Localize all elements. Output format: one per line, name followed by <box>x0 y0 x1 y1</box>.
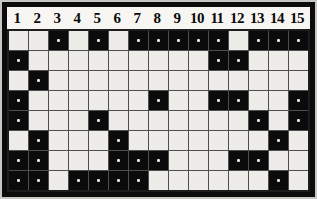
cell-r8c7 <box>129 171 148 190</box>
cell-r7c5[interactable] <box>89 151 108 170</box>
cell-r3c3[interactable] <box>49 71 68 90</box>
cell-r1c4[interactable] <box>69 31 88 50</box>
column-label-11: 11 <box>210 11 223 26</box>
cell-r8c9[interactable] <box>169 171 188 190</box>
cell-r7c9[interactable] <box>169 151 188 170</box>
cell-r1c7 <box>129 31 148 50</box>
scan-dot <box>277 39 280 42</box>
cell-r4c6[interactable] <box>109 91 128 110</box>
column-label-4: 4 <box>74 11 81 26</box>
cell-r2c12 <box>229 51 248 70</box>
scan-dot <box>197 39 200 42</box>
cell-r3c15[interactable] <box>289 71 308 90</box>
cell-r6c10[interactable] <box>189 131 208 150</box>
scan-dot <box>117 139 120 142</box>
cell-r2c13[interactable] <box>249 51 268 70</box>
cell-r7c12 <box>229 151 248 170</box>
cell-r7c2 <box>29 151 48 170</box>
cell-r2c1 <box>9 51 28 70</box>
cell-r6c6 <box>109 131 128 150</box>
column-label-13: 13 <box>250 11 264 26</box>
cell-r4c4[interactable] <box>69 91 88 110</box>
cell-r5c10[interactable] <box>189 111 208 130</box>
scan-dot <box>97 179 100 182</box>
scan-dot <box>257 119 260 122</box>
cell-r5c11[interactable] <box>209 111 228 130</box>
cell-r2c4[interactable] <box>69 51 88 70</box>
cell-r5c9[interactable] <box>169 111 188 130</box>
cell-r1c9 <box>169 31 188 50</box>
column-label-1: 1 <box>14 11 21 26</box>
column-label-5: 5 <box>94 11 101 26</box>
cell-r6c3[interactable] <box>49 131 68 150</box>
puzzle-board <box>7 29 310 192</box>
column-label-2: 2 <box>34 11 41 26</box>
cell-r8c4 <box>69 171 88 190</box>
scan-dot <box>297 99 300 102</box>
cell-r6c13[interactable] <box>249 131 268 150</box>
cell-r8c13[interactable] <box>249 171 268 190</box>
scan-dot <box>37 159 40 162</box>
cell-r2c15[interactable] <box>289 51 308 70</box>
scan-dot <box>157 39 160 42</box>
cell-r1c11 <box>209 31 228 50</box>
scan-dot <box>137 159 140 162</box>
scan-dot <box>37 139 40 142</box>
scan-dot <box>257 39 260 42</box>
cell-r3c14[interactable] <box>269 71 288 90</box>
column-label-9: 9 <box>174 11 181 26</box>
scan-dot <box>157 159 160 162</box>
scan-dot <box>117 159 120 162</box>
column-label-14: 14 <box>270 11 284 26</box>
scan-dot <box>237 59 240 62</box>
cell-r5c15 <box>289 111 308 130</box>
cell-r7c11[interactable] <box>209 151 228 170</box>
scan-dot <box>37 179 40 182</box>
scan-dot <box>17 159 20 162</box>
scan-dot <box>297 39 300 42</box>
cell-r4c15 <box>289 91 308 110</box>
cell-r6c8[interactable] <box>149 131 168 150</box>
cell-r4c13[interactable] <box>249 91 268 110</box>
column-label-12: 12 <box>230 11 244 26</box>
scan-dot <box>97 119 100 122</box>
cell-r3c4[interactable] <box>69 71 88 90</box>
scan-dot <box>37 79 40 82</box>
cell-r3c1[interactable] <box>9 71 28 90</box>
scan-dot <box>17 179 20 182</box>
cell-r6c14 <box>269 131 288 150</box>
cell-r7c13 <box>249 151 268 170</box>
cell-r6c5[interactable] <box>89 131 108 150</box>
cell-r3c12[interactable] <box>229 71 248 90</box>
cell-r3c9[interactable] <box>169 71 188 90</box>
cell-r2c11 <box>209 51 228 70</box>
cell-r1c10 <box>189 31 208 50</box>
cell-r1c2[interactable] <box>29 31 48 50</box>
column-label-3: 3 <box>54 11 61 26</box>
scan-dot <box>277 139 280 142</box>
cell-r7c7 <box>129 151 148 170</box>
column-label-6: 6 <box>114 11 121 26</box>
cell-r4c9[interactable] <box>169 91 188 110</box>
cell-r1c12[interactable] <box>229 31 248 50</box>
cell-r5c6[interactable] <box>109 111 128 130</box>
cell-r2c10[interactable] <box>189 51 208 70</box>
cell-r4c3[interactable] <box>49 91 68 110</box>
cell-r3c2 <box>29 71 48 90</box>
cell-r8c6 <box>109 171 128 190</box>
cell-r7c15[interactable] <box>289 151 308 170</box>
cell-r4c2[interactable] <box>29 91 48 110</box>
cell-r4c5[interactable] <box>89 91 108 110</box>
cell-r7c10[interactable] <box>189 151 208 170</box>
scan-dot <box>157 99 160 102</box>
cell-r8c15[interactable] <box>289 171 308 190</box>
cell-r6c2 <box>29 131 48 150</box>
cell-r5c5 <box>89 111 108 130</box>
column-labels: 123456789101112131415 <box>7 7 310 29</box>
cell-r8c3[interactable] <box>49 171 68 190</box>
cell-r2c9[interactable] <box>169 51 188 70</box>
cell-r8c12[interactable] <box>229 171 248 190</box>
scan-dot <box>217 99 220 102</box>
cell-r6c7[interactable] <box>129 131 148 150</box>
cell-r7c4[interactable] <box>69 151 88 170</box>
cell-r1c8 <box>149 31 168 50</box>
cell-r7c6 <box>109 151 128 170</box>
cell-r2c5[interactable] <box>89 51 108 70</box>
cell-r6c9[interactable] <box>169 131 188 150</box>
cell-r5c3[interactable] <box>49 111 68 130</box>
cell-r3c10[interactable] <box>189 71 208 90</box>
scan-dot <box>217 59 220 62</box>
column-label-15: 15 <box>290 11 304 26</box>
scan-dot <box>17 119 20 122</box>
scan-dot <box>57 39 60 42</box>
cell-r2c6[interactable] <box>109 51 128 70</box>
column-label-8: 8 <box>154 11 161 26</box>
scan-dot <box>257 159 260 162</box>
cell-r4c11 <box>209 91 228 110</box>
scan-dot <box>137 39 140 42</box>
cell-r3c11[interactable] <box>209 71 228 90</box>
scan-dot <box>97 39 100 42</box>
cell-r4c7[interactable] <box>129 91 148 110</box>
cell-r1c6[interactable] <box>109 31 128 50</box>
cell-r2c7[interactable] <box>129 51 148 70</box>
cell-r8c14 <box>269 171 288 190</box>
cell-r4c12 <box>229 91 248 110</box>
cell-r7c3[interactable] <box>49 151 68 170</box>
cell-r5c13 <box>249 111 268 130</box>
cell-r1c1[interactable] <box>9 31 28 50</box>
cell-r2c14[interactable] <box>269 51 288 70</box>
cell-r8c5 <box>89 171 108 190</box>
cell-r1c5 <box>89 31 108 50</box>
scan-dot <box>17 59 20 62</box>
cell-r1c3 <box>49 31 68 50</box>
cell-r8c2 <box>29 171 48 190</box>
scan-dot <box>177 39 180 42</box>
cell-r5c14[interactable] <box>269 111 288 130</box>
scan-dot <box>217 39 220 42</box>
scan-dot <box>277 179 280 182</box>
cell-r4c10[interactable] <box>189 91 208 110</box>
puzzle-panel: 123456789101112131415 <box>2 2 315 197</box>
scan-dot <box>117 179 120 182</box>
cell-r2c3[interactable] <box>49 51 68 70</box>
cell-r3c13[interactable] <box>249 71 268 90</box>
cell-r3c8[interactable] <box>149 71 168 90</box>
cell-r6c11[interactable] <box>209 131 228 150</box>
cell-r7c1 <box>9 151 28 170</box>
cell-r5c12[interactable] <box>229 111 248 130</box>
scan-dot <box>17 99 20 102</box>
cell-r1c13 <box>249 31 268 50</box>
column-label-10: 10 <box>190 11 204 26</box>
cell-r8c1 <box>9 171 28 190</box>
cell-r8c10[interactable] <box>189 171 208 190</box>
cell-r4c14[interactable] <box>269 91 288 110</box>
column-label-7: 7 <box>134 11 141 26</box>
scan-dot <box>237 159 240 162</box>
cell-r1c14 <box>269 31 288 50</box>
scan-dot <box>237 99 240 102</box>
cell-r8c11[interactable] <box>209 171 228 190</box>
cell-r2c8[interactable] <box>149 51 168 70</box>
cell-r3c5[interactable] <box>89 71 108 90</box>
scan-dot <box>137 179 140 182</box>
cell-r7c8 <box>149 151 168 170</box>
cell-r6c4[interactable] <box>69 131 88 150</box>
cell-r5c4[interactable] <box>69 111 88 130</box>
cell-r3c6[interactable] <box>109 71 128 90</box>
screenshot-frame: 123456789101112131415 <box>0 0 317 199</box>
cell-r6c15[interactable] <box>289 131 308 150</box>
cell-r4c8 <box>149 91 168 110</box>
cell-r6c12[interactable] <box>229 131 248 150</box>
scan-dot <box>77 179 80 182</box>
cell-r6c1[interactable] <box>9 131 28 150</box>
cell-r8c8[interactable] <box>149 171 168 190</box>
cell-r5c7[interactable] <box>129 111 148 130</box>
cell-r5c8[interactable] <box>149 111 168 130</box>
cell-r3c7[interactable] <box>129 71 148 90</box>
cell-r5c1 <box>9 111 28 130</box>
cell-r1c15 <box>289 31 308 50</box>
cell-r7c14[interactable] <box>269 151 288 170</box>
scan-dot <box>297 119 300 122</box>
cell-r4c1 <box>9 91 28 110</box>
cell-r2c2[interactable] <box>29 51 48 70</box>
cell-r5c2[interactable] <box>29 111 48 130</box>
